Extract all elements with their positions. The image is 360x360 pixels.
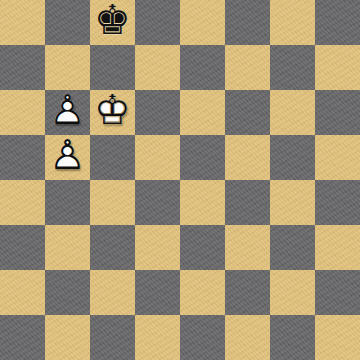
square-c6[interactable]: ♚♔ — [90, 90, 135, 135]
square-a4[interactable] — [0, 180, 45, 225]
square-g6[interactable] — [270, 90, 315, 135]
square-d3[interactable] — [135, 225, 180, 270]
square-h4[interactable] — [315, 180, 360, 225]
square-b1[interactable] — [45, 315, 90, 360]
square-d1[interactable] — [135, 315, 180, 360]
square-g8[interactable] — [270, 0, 315, 45]
square-h7[interactable] — [315, 45, 360, 90]
black-king[interactable]: ♚ — [90, 0, 135, 45]
white-king-outline-glyph: ♔ — [90, 88, 135, 133]
square-c4[interactable] — [90, 180, 135, 225]
square-e8[interactable] — [180, 0, 225, 45]
square-b5[interactable]: ♟♙ — [45, 135, 90, 180]
square-g3[interactable] — [270, 225, 315, 270]
square-f4[interactable] — [225, 180, 270, 225]
white-king[interactable]: ♚♔ — [90, 90, 135, 135]
square-f1[interactable] — [225, 315, 270, 360]
square-g7[interactable] — [270, 45, 315, 90]
square-a7[interactable] — [0, 45, 45, 90]
square-f7[interactable] — [225, 45, 270, 90]
square-g5[interactable] — [270, 135, 315, 180]
square-e2[interactable] — [180, 270, 225, 315]
square-b3[interactable] — [45, 225, 90, 270]
square-d2[interactable] — [135, 270, 180, 315]
square-a3[interactable] — [0, 225, 45, 270]
square-b4[interactable] — [45, 180, 90, 225]
white-pawn-outline-glyph: ♙ — [45, 133, 90, 178]
square-c7[interactable] — [90, 45, 135, 90]
square-a1[interactable] — [0, 315, 45, 360]
square-e4[interactable] — [180, 180, 225, 225]
square-e3[interactable] — [180, 225, 225, 270]
square-e5[interactable] — [180, 135, 225, 180]
square-a6[interactable] — [0, 90, 45, 135]
square-d6[interactable] — [135, 90, 180, 135]
square-b7[interactable] — [45, 45, 90, 90]
square-f8[interactable] — [225, 0, 270, 45]
square-c8[interactable]: ♚ — [90, 0, 135, 45]
square-f2[interactable] — [225, 270, 270, 315]
square-c5[interactable] — [90, 135, 135, 180]
square-e1[interactable] — [180, 315, 225, 360]
square-a8[interactable] — [0, 0, 45, 45]
square-h3[interactable] — [315, 225, 360, 270]
black-king-glyph: ♚ — [90, 0, 135, 43]
white-pawn[interactable]: ♟♙ — [45, 135, 90, 180]
white-pawn[interactable]: ♟♙ — [45, 90, 90, 135]
square-f3[interactable] — [225, 225, 270, 270]
square-h5[interactable] — [315, 135, 360, 180]
square-h6[interactable] — [315, 90, 360, 135]
square-d5[interactable] — [135, 135, 180, 180]
square-h1[interactable] — [315, 315, 360, 360]
square-b2[interactable] — [45, 270, 90, 315]
square-h8[interactable] — [315, 0, 360, 45]
square-e6[interactable] — [180, 90, 225, 135]
square-f5[interactable] — [225, 135, 270, 180]
square-h2[interactable] — [315, 270, 360, 315]
chess-board: ♚♟♙♚♔♟♙ — [0, 0, 360, 360]
square-g2[interactable] — [270, 270, 315, 315]
square-e7[interactable] — [180, 45, 225, 90]
square-d4[interactable] — [135, 180, 180, 225]
square-a2[interactable] — [0, 270, 45, 315]
square-c2[interactable] — [90, 270, 135, 315]
square-c1[interactable] — [90, 315, 135, 360]
square-d8[interactable] — [135, 0, 180, 45]
square-b8[interactable] — [45, 0, 90, 45]
square-d7[interactable] — [135, 45, 180, 90]
square-g4[interactable] — [270, 180, 315, 225]
square-f6[interactable] — [225, 90, 270, 135]
white-pawn-outline-glyph: ♙ — [45, 88, 90, 133]
square-c3[interactable] — [90, 225, 135, 270]
square-g1[interactable] — [270, 315, 315, 360]
square-a5[interactable] — [0, 135, 45, 180]
square-b6[interactable]: ♟♙ — [45, 90, 90, 135]
